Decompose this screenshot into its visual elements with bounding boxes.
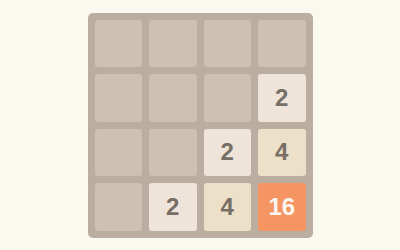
cell-r2c3	[204, 74, 252, 122]
cell-r1c2	[149, 20, 197, 68]
2048-board[interactable]: 2 2 4 2 4 16	[88, 13, 313, 238]
cell-r1c3	[204, 20, 252, 68]
cell-r4c1	[95, 183, 143, 231]
cell-r3c3-tile-2: 2	[204, 129, 252, 177]
cell-r3c2	[149, 129, 197, 177]
cell-r2c2	[149, 74, 197, 122]
cell-r4c2-tile-2: 2	[149, 183, 197, 231]
cell-r4c3-tile-4: 4	[204, 183, 252, 231]
cell-r1c4	[258, 20, 306, 68]
cell-r4c4-tile-16: 16	[258, 183, 306, 231]
cell-r1c1	[95, 20, 143, 68]
cell-r3c4-tile-4: 4	[258, 129, 306, 177]
cell-r2c4-tile-2: 2	[258, 74, 306, 122]
cell-r2c1	[95, 74, 143, 122]
cell-r3c1	[95, 129, 143, 177]
